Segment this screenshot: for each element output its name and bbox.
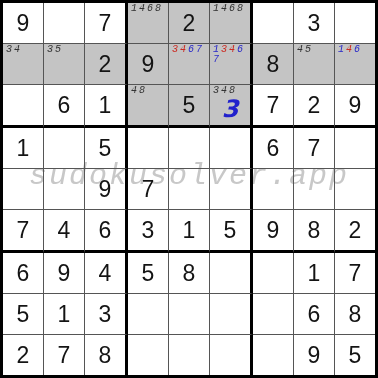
digit: 6	[99, 219, 112, 242]
cell-r1c3[interactable]: 7	[85, 3, 128, 44]
cell-r7c7[interactable]	[253, 253, 294, 294]
pencil-digit: 6	[147, 4, 153, 14]
digit: 7	[17, 219, 30, 242]
cell-r7c4[interactable]: 5	[128, 253, 169, 294]
pencil-marks: 45	[297, 45, 333, 55]
pencil-marks: 3467	[172, 45, 208, 55]
cell-r8c6[interactable]	[210, 294, 253, 335]
cell-r8c7[interactable]	[253, 294, 294, 335]
digit: 3	[142, 219, 155, 242]
cell-r1c6[interactable]: 1468	[210, 3, 253, 44]
cell-r9c6[interactable]	[210, 335, 253, 375]
digit: 6	[17, 262, 30, 285]
digit: 5	[224, 219, 237, 242]
cell-r6c2[interactable]: 4	[44, 210, 85, 253]
cell-r4c9[interactable]	[335, 128, 375, 169]
cell-r1c9[interactable]	[335, 3, 375, 44]
digit: 1	[308, 262, 321, 285]
digit: 9	[267, 219, 280, 242]
pencil-digit: 4	[14, 45, 20, 55]
cell-r3c1[interactable]	[3, 85, 44, 128]
digit: 7	[308, 137, 321, 160]
cell-r9c4[interactable]	[128, 335, 169, 375]
cell-r5c1[interactable]	[3, 169, 44, 210]
cell-r8c3[interactable]: 3	[85, 294, 128, 335]
cell-r5c8[interactable]	[294, 169, 335, 210]
digit: 2	[308, 94, 321, 117]
pencil-digit: 6	[188, 45, 194, 55]
pencil-digit: 4	[297, 45, 303, 55]
cell-r3c6[interactable]: 3483	[210, 85, 253, 128]
cell-r9c5[interactable]	[169, 335, 210, 375]
digit: 5	[99, 137, 112, 160]
pencil-digit: 1	[338, 45, 344, 55]
digit: 1	[183, 219, 196, 242]
cell-r6c8[interactable]: 8	[294, 210, 335, 253]
digit: 6	[308, 303, 321, 326]
pencil-digit: 4	[221, 4, 227, 14]
digit: 6	[58, 94, 71, 117]
digit: 9	[349, 94, 362, 117]
cell-r3c2[interactable]: 6	[44, 85, 85, 128]
pencil-digit: 4	[180, 45, 186, 55]
digit: 1	[17, 137, 30, 160]
cell-r6c3[interactable]: 6	[85, 210, 128, 253]
cell-r7c2[interactable]: 9	[44, 253, 85, 294]
digit: 5	[17, 303, 30, 326]
pencil-digit: 4	[131, 86, 137, 96]
pencil-digit: 6	[237, 45, 243, 55]
digit: 7	[58, 344, 71, 367]
cell-r4c1[interactable]: 1	[3, 128, 44, 169]
digit: 9	[142, 53, 155, 76]
cell-r7c5[interactable]: 8	[169, 253, 210, 294]
digit: 7	[99, 12, 112, 35]
pencil-marks: 1468	[213, 4, 249, 14]
cell-r8c8[interactable]: 6	[294, 294, 335, 335]
cell-r5c6[interactable]	[210, 169, 253, 210]
pencil-digit: 7	[196, 45, 202, 55]
digit: 4	[99, 262, 112, 285]
cell-r8c4[interactable]	[128, 294, 169, 335]
digit: 5	[349, 344, 362, 367]
cell-r5c3[interactable]: 9	[85, 169, 128, 210]
cell-r3c4[interactable]: 48	[128, 85, 169, 128]
cell-r2c1[interactable]: 34	[3, 44, 44, 85]
cell-r7c3[interactable]: 4	[85, 253, 128, 294]
cell-r5c4[interactable]: 7	[128, 169, 169, 210]
cell-r2c6[interactable]: 13467	[210, 44, 253, 85]
cell-r5c5[interactable]	[169, 169, 210, 210]
cell-r4c7[interactable]: 6	[253, 128, 294, 169]
sudoku-board: 9714682146833435293467134678451466148534…	[0, 0, 378, 378]
cell-r8c2[interactable]: 1	[44, 294, 85, 335]
cell-r8c5[interactable]	[169, 294, 210, 335]
cell-r2c7[interactable]: 8	[253, 44, 294, 85]
cell-r4c4[interactable]	[128, 128, 169, 169]
pencil-digit: 8	[139, 86, 145, 96]
digit: 2	[183, 12, 196, 35]
pencil-marks: 48	[131, 86, 167, 96]
cell-r3c5[interactable]: 5	[169, 85, 210, 128]
cell-r9c9[interactable]: 5	[335, 335, 375, 375]
sudoku-app: 9714682146833435293467134678451466148534…	[0, 0, 378, 378]
pencil-digit: 4	[229, 45, 235, 55]
cell-r7c8[interactable]: 1	[294, 253, 335, 294]
digit: 8	[349, 303, 362, 326]
cell-r1c1[interactable]: 9	[3, 3, 44, 44]
cell-r1c2[interactable]	[44, 3, 85, 44]
pencil-digit: 3	[221, 45, 227, 55]
digit: 8	[308, 219, 321, 242]
digit: 2	[349, 219, 362, 242]
cell-r4c8[interactable]: 7	[294, 128, 335, 169]
cell-r6c4[interactable]: 3	[128, 210, 169, 253]
pencil-marks: 13467	[213, 45, 249, 65]
digit: 6	[267, 137, 280, 160]
pencil-digit: 4	[139, 4, 145, 14]
digit: 1	[99, 94, 112, 117]
digit: 7	[267, 94, 280, 117]
cell-r2c2[interactable]: 35	[44, 44, 85, 85]
pencil-digit: 5	[305, 45, 311, 55]
digit: 1	[58, 303, 71, 326]
digit: 3	[308, 12, 321, 35]
cell-r8c1[interactable]: 5	[3, 294, 44, 335]
cell-r6c7[interactable]: 9	[253, 210, 294, 253]
digit: 9	[58, 262, 71, 285]
pencil-digit: 8	[155, 4, 161, 14]
digit: 4	[58, 219, 71, 242]
digit: 9	[99, 178, 112, 201]
digit: 5	[142, 262, 155, 285]
digit: 2	[17, 344, 30, 367]
cell-r6c1[interactable]: 7	[3, 210, 44, 253]
pencil-digit: 6	[229, 4, 235, 14]
cell-r9c7[interactable]	[253, 335, 294, 375]
digit: 8	[267, 53, 280, 76]
cell-r5c2[interactable]	[44, 169, 85, 210]
pencil-digit: 3	[47, 45, 53, 55]
cell-r1c5[interactable]: 2	[169, 3, 210, 44]
digit: 8	[183, 262, 196, 285]
pencil-digit: 7	[213, 55, 219, 65]
cell-r5c9[interactable]	[335, 169, 375, 210]
pencil-digit: 8	[237, 4, 243, 14]
cell-r8c9[interactable]: 8	[335, 294, 375, 335]
digit: 5	[183, 94, 196, 117]
cell-r5c7[interactable]	[253, 169, 294, 210]
digit: 9	[17, 12, 30, 35]
digit: 2	[99, 53, 112, 76]
cell-r7c1[interactable]: 6	[3, 253, 44, 294]
digit: 7	[142, 178, 155, 201]
cell-r2c3[interactable]: 2	[85, 44, 128, 85]
cell-r9c2[interactable]: 7	[44, 335, 85, 375]
cell-r1c4[interactable]: 1468	[128, 3, 169, 44]
cell-r9c3[interactable]: 8	[85, 335, 128, 375]
cell-r6c5[interactable]: 1	[169, 210, 210, 253]
pencil-digit: 3	[172, 45, 178, 55]
digit: 3	[99, 303, 112, 326]
solved-digit: 3	[222, 97, 239, 121]
cell-r1c8[interactable]: 3	[294, 3, 335, 44]
pencil-digit: 3	[213, 86, 219, 96]
pencil-digit: 6	[354, 45, 360, 55]
cell-r6c6[interactable]: 5	[210, 210, 253, 253]
cell-r2c8[interactable]: 45	[294, 44, 335, 85]
cell-r3c7[interactable]: 7	[253, 85, 294, 128]
cell-r7c6[interactable]	[210, 253, 253, 294]
pencil-marks: 1468	[131, 4, 167, 14]
digit: 7	[349, 262, 362, 285]
cell-r4c6[interactable]	[210, 128, 253, 169]
cell-r9c8[interactable]: 9	[294, 335, 335, 375]
pencil-digit: 5	[55, 45, 61, 55]
pencil-marks: 34	[6, 45, 42, 55]
cell-r4c5[interactable]	[169, 128, 210, 169]
cell-r7c9[interactable]: 7	[335, 253, 375, 294]
cell-r3c9[interactable]: 9	[335, 85, 375, 128]
cell-r1c7[interactable]	[253, 3, 294, 44]
cell-r2c9[interactable]: 146	[335, 44, 375, 85]
cell-r2c5[interactable]: 3467	[169, 44, 210, 85]
pencil-marks: 146	[338, 45, 374, 55]
cell-r4c2[interactable]	[44, 128, 85, 169]
cell-r6c9[interactable]: 2	[335, 210, 375, 253]
pencil-digit: 4	[346, 45, 352, 55]
pencil-digit: 3	[6, 45, 12, 55]
digit: 9	[308, 344, 321, 367]
pencil-digit: 1	[131, 4, 137, 14]
cell-r9c1[interactable]: 2	[3, 335, 44, 375]
cell-r2c4[interactable]: 9	[128, 44, 169, 85]
cell-r4c3[interactable]: 5	[85, 128, 128, 169]
digit: 8	[99, 344, 112, 367]
pencil-marks: 35	[47, 45, 83, 55]
cell-r3c8[interactable]: 2	[294, 85, 335, 128]
pencil-digit: 1	[213, 4, 219, 14]
cell-r3c3[interactable]: 1	[85, 85, 128, 128]
